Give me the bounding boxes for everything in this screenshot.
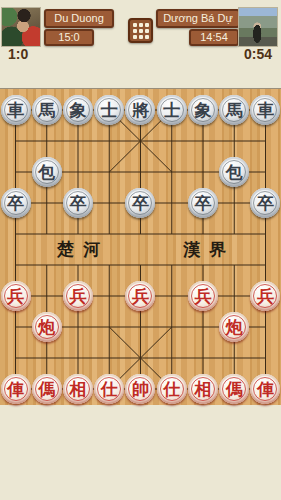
- xiangqi-app: Du Duong 15:0 Dương Bá Dự 14:54 1:0 0:54…: [0, 0, 281, 500]
- intersection[interactable]: [31, 250, 62, 281]
- intersection[interactable]: 馬: [219, 95, 250, 126]
- intersection[interactable]: 兵: [125, 281, 156, 312]
- piece-black-馬[interactable]: 馬: [32, 95, 62, 125]
- piece-red-兵[interactable]: 兵: [1, 281, 31, 311]
- piece-black-車[interactable]: 車: [1, 95, 31, 125]
- intersection[interactable]: 兵: [0, 281, 31, 312]
- piece-red-炮[interactable]: 炮: [32, 312, 62, 342]
- intersection[interactable]: [94, 250, 125, 281]
- intersection[interactable]: [31, 126, 62, 157]
- intersection[interactable]: [219, 219, 250, 250]
- intersection[interactable]: [250, 126, 281, 157]
- intersection[interactable]: [219, 281, 250, 312]
- intersection[interactable]: [187, 312, 218, 343]
- piece-red-相[interactable]: 相: [63, 374, 93, 404]
- intersection[interactable]: [94, 312, 125, 343]
- intersection[interactable]: [125, 343, 156, 374]
- intersection[interactable]: [219, 343, 250, 374]
- intersection[interactable]: [187, 250, 218, 281]
- intersection[interactable]: 卒: [0, 188, 31, 219]
- intersection[interactable]: [0, 126, 31, 157]
- piece-red-兵[interactable]: 兵: [188, 281, 218, 311]
- right-player-clock: 14:54: [189, 29, 239, 46]
- xiangqi-board[interactable]: 楚河 漢界 車馬象士將士象馬車包包卒卒卒卒卒兵兵兵兵兵炮炮俥傌相仕帥仕相傌俥: [0, 89, 281, 405]
- intersection[interactable]: [219, 250, 250, 281]
- left-player-clock: 15:0: [44, 29, 94, 46]
- intersection[interactable]: [156, 250, 187, 281]
- intersection[interactable]: [219, 126, 250, 157]
- intersection[interactable]: 士: [94, 95, 125, 126]
- left-player-avatar[interactable]: [1, 7, 41, 47]
- intersection[interactable]: 士: [156, 95, 187, 126]
- intersection[interactable]: 包: [219, 157, 250, 188]
- intersection[interactable]: [156, 312, 187, 343]
- intersection[interactable]: [31, 343, 62, 374]
- intersection[interactable]: [187, 219, 218, 250]
- right-player-name: Dương Bá Dự: [156, 9, 240, 28]
- intersection[interactable]: [62, 312, 93, 343]
- intersection[interactable]: [125, 250, 156, 281]
- intersection[interactable]: [0, 250, 31, 281]
- intersection[interactable]: 卒: [187, 188, 218, 219]
- intersection[interactable]: 包: [31, 157, 62, 188]
- intersection[interactable]: 兵: [62, 281, 93, 312]
- intersection[interactable]: 相: [62, 374, 93, 405]
- intersection[interactable]: [125, 219, 156, 250]
- intersection[interactable]: [250, 312, 281, 343]
- intersection[interactable]: [62, 343, 93, 374]
- piece-black-包[interactable]: 包: [32, 157, 62, 187]
- intersection[interactable]: [31, 281, 62, 312]
- intersection[interactable]: 車: [0, 95, 31, 126]
- piece-black-車[interactable]: 車: [250, 95, 280, 125]
- intersection[interactable]: [156, 281, 187, 312]
- piece-red-俥[interactable]: 俥: [250, 374, 280, 404]
- intersection[interactable]: 相: [187, 374, 218, 405]
- piece-black-士[interactable]: 士: [94, 95, 124, 125]
- intersection[interactable]: 象: [187, 95, 218, 126]
- grid-menu-icon: [133, 23, 149, 39]
- intersection[interactable]: [31, 188, 62, 219]
- intersection[interactable]: 帥: [125, 374, 156, 405]
- intersection[interactable]: [62, 250, 93, 281]
- piece-red-傌[interactable]: 傌: [219, 374, 249, 404]
- intersection[interactable]: [0, 219, 31, 250]
- intersection[interactable]: [156, 219, 187, 250]
- intersection[interactable]: [187, 343, 218, 374]
- intersection[interactable]: [125, 126, 156, 157]
- intersection[interactable]: [94, 157, 125, 188]
- intersection[interactable]: [94, 281, 125, 312]
- intersection[interactable]: 俥: [250, 374, 281, 405]
- intersection[interactable]: 仕: [94, 374, 125, 405]
- piece-red-兵[interactable]: 兵: [250, 281, 280, 311]
- piece-red-兵[interactable]: 兵: [63, 281, 93, 311]
- intersection[interactable]: 炮: [31, 312, 62, 343]
- piece-black-象[interactable]: 象: [63, 95, 93, 125]
- bottom-area: [0, 405, 281, 500]
- intersection[interactable]: 卒: [250, 188, 281, 219]
- intersection[interactable]: [0, 312, 31, 343]
- piece-red-兵[interactable]: 兵: [125, 281, 155, 311]
- piece-black-士[interactable]: 士: [157, 95, 187, 125]
- piece-black-卒[interactable]: 卒: [1, 188, 31, 218]
- intersection[interactable]: [0, 343, 31, 374]
- piece-black-將[interactable]: 將: [125, 95, 155, 125]
- intersection[interactable]: [156, 188, 187, 219]
- intersection[interactable]: 兵: [250, 281, 281, 312]
- piece-black-象[interactable]: 象: [188, 95, 218, 125]
- intersection[interactable]: 俥: [0, 374, 31, 405]
- intersection[interactable]: 仕: [156, 374, 187, 405]
- piece-red-傌[interactable]: 傌: [32, 374, 62, 404]
- intersection[interactable]: [62, 219, 93, 250]
- piece-red-炮[interactable]: 炮: [219, 312, 249, 342]
- intersection[interactable]: [94, 126, 125, 157]
- intersection[interactable]: [62, 126, 93, 157]
- intersection[interactable]: [62, 157, 93, 188]
- intersection[interactable]: 傌: [31, 374, 62, 405]
- menu-button[interactable]: [128, 18, 153, 43]
- intersection[interactable]: [250, 157, 281, 188]
- intersection[interactable]: 兵: [187, 281, 218, 312]
- intersection[interactable]: [125, 312, 156, 343]
- right-player-score: 0:54: [244, 46, 272, 62]
- left-player-score: 1:0: [8, 46, 28, 62]
- piece-black-馬[interactable]: 馬: [219, 95, 249, 125]
- piece-red-帥[interactable]: 帥: [125, 374, 155, 404]
- intersection[interactable]: 象: [62, 95, 93, 126]
- intersection[interactable]: 傌: [219, 374, 250, 405]
- piece-red-俥[interactable]: 俥: [1, 374, 31, 404]
- intersection[interactable]: [94, 188, 125, 219]
- piece-black-卒[interactable]: 卒: [188, 188, 218, 218]
- intersection[interactable]: [250, 219, 281, 250]
- intersection[interactable]: [31, 219, 62, 250]
- piece-black-卒[interactable]: 卒: [125, 188, 155, 218]
- intersection[interactable]: [187, 157, 218, 188]
- right-player-avatar[interactable]: [238, 7, 278, 47]
- intersection[interactable]: [219, 188, 250, 219]
- intersection[interactable]: [250, 250, 281, 281]
- intersection[interactable]: 將: [125, 95, 156, 126]
- intersection[interactable]: 馬: [31, 95, 62, 126]
- intersection[interactable]: [0, 157, 31, 188]
- intersection[interactable]: [156, 126, 187, 157]
- piece-red-仕[interactable]: 仕: [157, 374, 187, 404]
- intersection[interactable]: [156, 343, 187, 374]
- intersection[interactable]: [156, 157, 187, 188]
- intersection[interactable]: [94, 219, 125, 250]
- intersection[interactable]: 卒: [62, 188, 93, 219]
- left-player-name: Du Duong: [44, 9, 114, 28]
- piece-black-卒[interactable]: 卒: [63, 188, 93, 218]
- intersection[interactable]: 炮: [219, 312, 250, 343]
- intersection[interactable]: 卒: [125, 188, 156, 219]
- piece-red-相[interactable]: 相: [188, 374, 218, 404]
- piece-black-卒[interactable]: 卒: [250, 188, 280, 218]
- intersection[interactable]: [187, 126, 218, 157]
- intersection[interactable]: 車: [250, 95, 281, 126]
- intersection[interactable]: [94, 343, 125, 374]
- board-grid: 車馬象士將士象馬車包包卒卒卒卒卒兵兵兵兵兵炮炮俥傌相仕帥仕相傌俥: [0, 95, 281, 405]
- piece-red-仕[interactable]: 仕: [94, 374, 124, 404]
- intersection[interactable]: [125, 157, 156, 188]
- intersection[interactable]: [250, 343, 281, 374]
- piece-black-包[interactable]: 包: [219, 157, 249, 187]
